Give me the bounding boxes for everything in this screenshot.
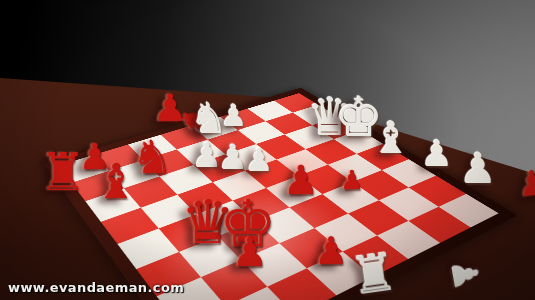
piece-red-pawn-small[interactable]: ♟ [340,167,363,193]
piece-red-pawn-front-left[interactable]: ♟ [232,232,268,272]
piece-white-bishop[interactable]: ♝ [371,116,410,160]
piece-white-pawn-c2[interactable]: ♟ [218,140,248,174]
piece-red-knight-standing[interactable]: ♞ [131,134,172,180]
piece-white-rook-table[interactable]: ♜ [347,245,400,300]
watermark-text: www.evandaeman.com [8,280,184,295]
piece-red-rook[interactable]: ♜ [40,146,87,198]
piece-white-pawn-right[interactable]: ♟ [421,136,453,172]
piece-red-pawn-mid[interactable]: ♟ [283,160,319,200]
piece-white-pawn-c3[interactable]: ♟ [245,144,274,176]
piece-white-knight[interactable]: ♞ [190,98,228,140]
chess-scene: ♟♞♟♞♛♚♝♟♟♟♟♟♞♟♟♜♟♟♝♛♚♟♟♜♟ www.evandaeman… [0,0,535,300]
piece-white-pawn-lying[interactable]: ♟ [446,257,485,293]
piece-red-bishop[interactable]: ♝ [94,157,137,205]
piece-white-pawn-corner[interactable]: ♟ [459,148,497,190]
piece-red-pawn-front-right[interactable]: ♟ [314,232,348,270]
